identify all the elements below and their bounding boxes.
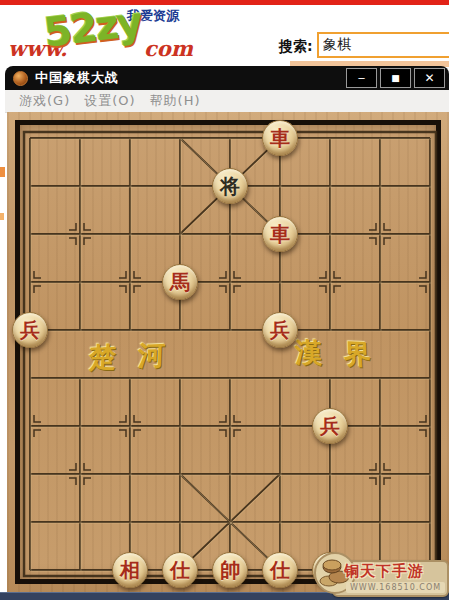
search-label: 搜索: [279,38,313,56]
window-titlebar: 中国象棋大战 ─ ■ ✕ [5,66,449,90]
piece-character: 馬 [170,272,190,292]
piece-red-車[interactable]: 車 [262,120,298,156]
piece-red-馬[interactable]: 馬 [162,264,198,300]
menu-help[interactable]: 帮助(H) [150,92,201,110]
maximize-button[interactable]: ■ [380,68,411,88]
search-input[interactable] [317,32,449,58]
piece-red-相[interactable]: 相 [112,552,148,588]
piece-character: 車 [270,128,290,148]
top-red-bar [0,0,449,5]
minimize-button[interactable]: ─ [346,68,377,88]
logo-com: com [144,36,193,61]
piece-character: 将 [220,176,240,196]
piece-red-帥[interactable]: 帥 [212,552,248,588]
piece-character: 兵 [20,320,40,340]
page-decoration [0,167,5,177]
logo-name: 52zy [42,0,144,56]
window-controls: ─ ■ ✕ [343,68,445,88]
piece-character: 帥 [220,560,240,580]
site-logo[interactable]: www. 52zy com [6,8,206,62]
watermark-url: WWW.168510.COM [346,582,445,593]
page-decoration [0,213,4,220]
piece-character: 兵 [320,416,340,436]
menu-bar: 游戏(G) 设置(O) 帮助(H) [5,90,449,113]
piece-character: 相 [120,560,140,580]
piece-red-兵[interactable]: 兵 [262,312,298,348]
close-button[interactable]: ✕ [414,68,445,88]
piece-red-車[interactable]: 車 [262,216,298,252]
piece-black-将[interactable]: 将 [212,168,248,204]
piece-character: 仕 [170,560,190,580]
piece-red-兵[interactable]: 兵 [12,312,48,348]
river-text-right: 漢界 [294,334,393,373]
xiangqi-board[interactable]: 楚河 漢界 車将車馬兵兵兵相仕帥仕相 [7,112,449,592]
watermark-title: 铜天下手游 [344,562,424,581]
menu-game[interactable]: 游戏(G) [19,92,70,110]
piece-red-仕[interactable]: 仕 [262,552,298,588]
piece-red-兵[interactable]: 兵 [312,408,348,444]
app-icon [13,71,28,86]
river-text-left: 楚河 [88,336,187,375]
piece-character: 仕 [270,560,290,580]
watermark: 铜天下手游 WWW.168510.COM [318,558,449,597]
piece-red-仕[interactable]: 仕 [162,552,198,588]
menu-settings[interactable]: 设置(O) [84,92,135,110]
window-title: 中国象棋大战 [35,69,119,87]
piece-character: 車 [270,224,290,244]
piece-character: 兵 [270,320,290,340]
